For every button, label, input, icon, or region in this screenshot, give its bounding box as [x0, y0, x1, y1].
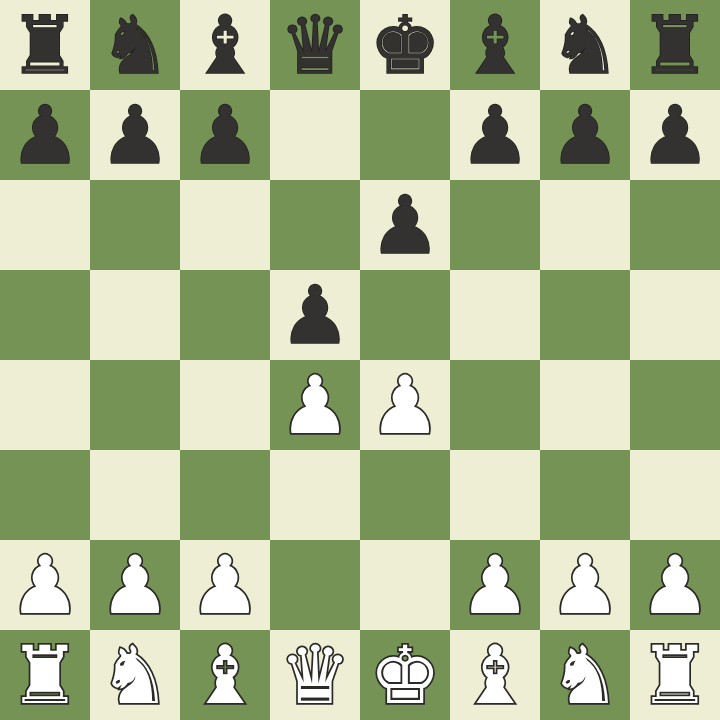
square-h6[interactable]	[630, 180, 720, 270]
square-f1[interactable]: ♝	[450, 630, 540, 720]
piece-white-pawn[interactable]: ♟	[9, 541, 81, 631]
square-f5[interactable]	[450, 270, 540, 360]
square-a4[interactable]	[0, 360, 90, 450]
square-d7[interactable]	[270, 90, 360, 180]
square-h8[interactable]: ♜	[630, 0, 720, 90]
square-g6[interactable]	[540, 180, 630, 270]
square-a6[interactable]	[0, 180, 90, 270]
piece-white-bishop[interactable]: ♝	[459, 631, 531, 720]
square-c2[interactable]: ♟	[180, 540, 270, 630]
piece-black-knight[interactable]: ♞	[99, 1, 171, 91]
square-b8[interactable]: ♞	[90, 0, 180, 90]
square-b4[interactable]	[90, 360, 180, 450]
square-b1[interactable]: ♞	[90, 630, 180, 720]
square-e7[interactable]	[360, 90, 450, 180]
square-b5[interactable]	[90, 270, 180, 360]
square-g2[interactable]: ♟	[540, 540, 630, 630]
piece-black-queen[interactable]: ♛	[279, 1, 351, 91]
piece-black-king[interactable]: ♚	[369, 1, 441, 91]
square-h5[interactable]	[630, 270, 720, 360]
square-e5[interactable]	[360, 270, 450, 360]
square-a8[interactable]: ♜	[0, 0, 90, 90]
piece-white-pawn[interactable]: ♟	[639, 541, 711, 631]
piece-black-bishop[interactable]: ♝	[189, 1, 261, 91]
piece-white-knight[interactable]: ♞	[549, 631, 621, 720]
square-c5[interactable]	[180, 270, 270, 360]
square-e3[interactable]	[360, 450, 450, 540]
square-a5[interactable]	[0, 270, 90, 360]
piece-white-pawn[interactable]: ♟	[99, 541, 171, 631]
square-d6[interactable]	[270, 180, 360, 270]
square-a1[interactable]: ♜	[0, 630, 90, 720]
square-d4[interactable]: ♟	[270, 360, 360, 450]
square-c4[interactable]	[180, 360, 270, 450]
square-f7[interactable]: ♟	[450, 90, 540, 180]
square-d5[interactable]: ♟	[270, 270, 360, 360]
square-d2[interactable]	[270, 540, 360, 630]
piece-white-rook[interactable]: ♜	[9, 631, 81, 720]
square-g1[interactable]: ♞	[540, 630, 630, 720]
square-f4[interactable]	[450, 360, 540, 450]
square-a3[interactable]	[0, 450, 90, 540]
piece-white-knight[interactable]: ♞	[99, 631, 171, 720]
square-d8[interactable]: ♛	[270, 0, 360, 90]
square-b6[interactable]	[90, 180, 180, 270]
square-f3[interactable]	[450, 450, 540, 540]
square-c8[interactable]: ♝	[180, 0, 270, 90]
square-e1[interactable]: ♚	[360, 630, 450, 720]
piece-white-pawn[interactable]: ♟	[549, 541, 621, 631]
piece-black-pawn[interactable]: ♟	[189, 91, 261, 181]
square-h4[interactable]	[630, 360, 720, 450]
square-e6[interactable]: ♟	[360, 180, 450, 270]
piece-black-rook[interactable]: ♜	[639, 1, 711, 91]
piece-white-pawn[interactable]: ♟	[459, 541, 531, 631]
piece-black-pawn[interactable]: ♟	[369, 181, 441, 271]
square-c6[interactable]	[180, 180, 270, 270]
square-h3[interactable]	[630, 450, 720, 540]
piece-black-rook[interactable]: ♜	[9, 1, 81, 91]
square-g3[interactable]	[540, 450, 630, 540]
square-d3[interactable]	[270, 450, 360, 540]
piece-black-pawn[interactable]: ♟	[99, 91, 171, 181]
square-h7[interactable]: ♟	[630, 90, 720, 180]
square-h2[interactable]: ♟	[630, 540, 720, 630]
square-f6[interactable]	[450, 180, 540, 270]
piece-white-king[interactable]: ♚	[369, 631, 441, 720]
piece-black-pawn[interactable]: ♟	[549, 91, 621, 181]
square-f2[interactable]: ♟	[450, 540, 540, 630]
square-b3[interactable]	[90, 450, 180, 540]
square-b2[interactable]: ♟	[90, 540, 180, 630]
piece-black-bishop[interactable]: ♝	[459, 1, 531, 91]
chess-board: ♜♞♝♛♚♝♞♜♟♟♟♟♟♟♟♟♟♟♟♟♟♟♟♟♜♞♝♛♚♝♞♜	[0, 0, 720, 720]
piece-white-pawn[interactable]: ♟	[189, 541, 261, 631]
piece-white-rook[interactable]: ♜	[639, 631, 711, 720]
piece-black-knight[interactable]: ♞	[549, 1, 621, 91]
piece-black-pawn[interactable]: ♟	[279, 271, 351, 361]
piece-white-bishop[interactable]: ♝	[189, 631, 261, 720]
piece-black-pawn[interactable]: ♟	[639, 91, 711, 181]
square-d1[interactable]: ♛	[270, 630, 360, 720]
piece-black-pawn[interactable]: ♟	[459, 91, 531, 181]
square-e8[interactable]: ♚	[360, 0, 450, 90]
square-b7[interactable]: ♟	[90, 90, 180, 180]
square-e2[interactable]	[360, 540, 450, 630]
square-g5[interactable]	[540, 270, 630, 360]
square-e4[interactable]: ♟	[360, 360, 450, 450]
square-g8[interactable]: ♞	[540, 0, 630, 90]
piece-black-pawn[interactable]: ♟	[9, 91, 81, 181]
square-f8[interactable]: ♝	[450, 0, 540, 90]
square-a7[interactable]: ♟	[0, 90, 90, 180]
square-g7[interactable]: ♟	[540, 90, 630, 180]
square-h1[interactable]: ♜	[630, 630, 720, 720]
square-c1[interactable]: ♝	[180, 630, 270, 720]
piece-white-queen[interactable]: ♛	[279, 631, 351, 720]
square-c7[interactable]: ♟	[180, 90, 270, 180]
square-c3[interactable]	[180, 450, 270, 540]
square-g4[interactable]	[540, 360, 630, 450]
piece-white-pawn[interactable]: ♟	[369, 361, 441, 451]
square-a2[interactable]: ♟	[0, 540, 90, 630]
piece-white-pawn[interactable]: ♟	[279, 361, 351, 451]
